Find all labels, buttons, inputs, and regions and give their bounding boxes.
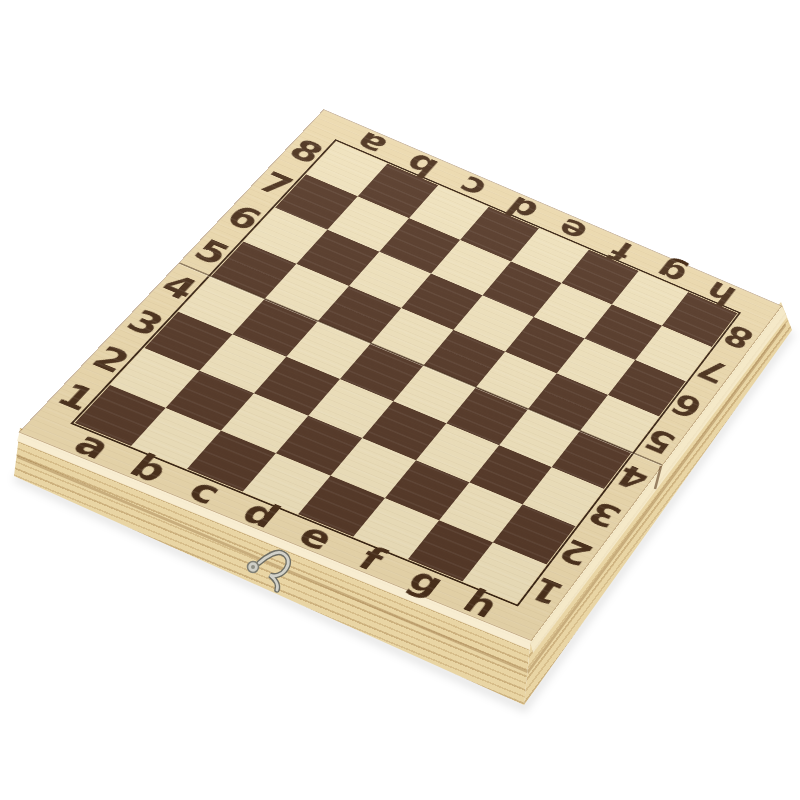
metal-clasp: [248, 552, 289, 590]
chess-board: aa88bb77cc66dd55ee44ff33gg22hh11: [20, 110, 781, 640]
playing-area-outline: [70, 139, 741, 606]
chessboard-product-photo: aa88bb77cc66dd55ee44ff33gg22hh11: [0, 0, 800, 800]
clasp-screw: [248, 562, 259, 573]
